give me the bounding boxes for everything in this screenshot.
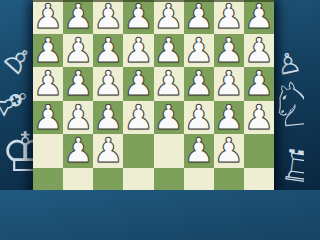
- square-g1[interactable]: ♟: [63, 0, 93, 34]
- square-a3[interactable]: ♟: [244, 67, 274, 101]
- square-h6[interactable]: [33, 168, 63, 190]
- square-e1[interactable]: ♟: [123, 0, 153, 34]
- square-h3[interactable]: ♟: [33, 67, 63, 101]
- white-pawn[interactable]: ♟: [153, 101, 183, 135]
- square-d2[interactable]: ♟: [154, 34, 184, 68]
- white-pawn[interactable]: ♟: [123, 0, 153, 34]
- square-d1[interactable]: ♟: [154, 0, 184, 34]
- square-g2[interactable]: ♟: [63, 34, 93, 68]
- white-pawn[interactable]: ♟: [33, 34, 63, 68]
- square-d3[interactable]: ♟: [154, 67, 184, 101]
- square-c1[interactable]: ♟: [184, 0, 214, 34]
- white-pawn[interactable]: ♟: [214, 34, 244, 68]
- square-c3[interactable]: ♟: [184, 67, 214, 101]
- white-pawn[interactable]: ♟: [63, 67, 93, 101]
- square-b1[interactable]: ♟: [214, 0, 244, 34]
- white-pawn[interactable]: ♟: [153, 34, 183, 68]
- white-pawn[interactable]: ♟: [153, 0, 183, 34]
- square-f4[interactable]: ♟: [93, 101, 123, 135]
- square-g4[interactable]: ♟: [63, 101, 93, 135]
- white-pawn[interactable]: ♟: [183, 34, 213, 68]
- white-pawn[interactable]: ♟: [33, 67, 63, 101]
- white-pawn[interactable]: ♟: [183, 67, 213, 101]
- white-pawn[interactable]: ♟: [214, 0, 244, 34]
- square-d4[interactable]: ♟: [154, 101, 184, 135]
- white-pawn[interactable]: ♟: [153, 67, 183, 101]
- square-f1[interactable]: ♟: [93, 0, 123, 34]
- white-pawn[interactable]: ♟: [63, 34, 93, 68]
- square-f2[interactable]: ♟: [93, 34, 123, 68]
- white-pawn[interactable]: ♟: [214, 134, 244, 168]
- white-pawn[interactable]: ♟: [123, 34, 153, 68]
- board-top-edge: [33, 0, 274, 2]
- white-pawn[interactable]: ♟: [93, 0, 123, 34]
- square-b3[interactable]: ♟: [214, 67, 244, 101]
- white-pawn[interactable]: ♟: [93, 34, 123, 68]
- white-pawn[interactable]: ♟: [93, 101, 123, 135]
- white-pawn[interactable]: ♟: [93, 67, 123, 101]
- white-pawn[interactable]: ♟: [33, 101, 63, 135]
- pawn-outline-icon: ♙: [273, 48, 303, 81]
- rook-outline-icon: ♖: [277, 144, 304, 190]
- white-pawn[interactable]: ♟: [244, 67, 274, 101]
- square-g5[interactable]: ♟: [63, 134, 93, 168]
- white-pawn[interactable]: ♟: [244, 0, 274, 34]
- square-a1[interactable]: ♟: [244, 0, 274, 34]
- square-b5[interactable]: ♟: [214, 134, 244, 168]
- square-e6[interactable]: [123, 168, 153, 190]
- white-pawn[interactable]: ♟: [123, 101, 153, 135]
- white-pawn[interactable]: ♟: [183, 134, 213, 168]
- white-pawn[interactable]: ♟: [244, 101, 274, 135]
- square-c5[interactable]: ♟: [184, 134, 214, 168]
- white-pawn[interactable]: ♟: [214, 67, 244, 101]
- white-pawn[interactable]: ♟: [183, 101, 213, 135]
- square-d6[interactable]: [154, 168, 184, 190]
- square-b4[interactable]: ♟: [214, 101, 244, 135]
- white-pawn[interactable]: ♟: [63, 101, 93, 135]
- white-pawn[interactable]: ♟: [93, 134, 123, 168]
- square-c6[interactable]: [184, 168, 214, 190]
- square-e5[interactable]: [123, 134, 153, 168]
- white-pawn[interactable]: ♟: [244, 34, 274, 68]
- square-e4[interactable]: ♟: [123, 101, 153, 135]
- square-b2[interactable]: ♟: [214, 34, 244, 68]
- square-h5[interactable]: [33, 134, 63, 168]
- white-pawn[interactable]: ♟: [33, 0, 63, 34]
- square-f6[interactable]: [93, 168, 123, 190]
- chess-board: ♟♟♟♟♟♟♟♟♟♟♟♟♟♟♟♟♟♟♟♟♟♟♟♟♟♟♟♟♟♟♟♟♟♟♟♟: [33, 0, 274, 190]
- white-pawn[interactable]: ♟: [183, 0, 213, 34]
- square-f5[interactable]: ♟: [93, 134, 123, 168]
- square-a4[interactable]: ♟: [244, 101, 274, 135]
- white-pawn[interactable]: ♟: [123, 67, 153, 101]
- square-d5[interactable]: [154, 134, 184, 168]
- square-c4[interactable]: ♟: [184, 101, 214, 135]
- square-c2[interactable]: ♟: [184, 34, 214, 68]
- square-e3[interactable]: ♟: [123, 67, 153, 101]
- square-h2[interactable]: ♟: [33, 34, 63, 68]
- square-a2[interactable]: ♟: [244, 34, 274, 68]
- square-h4[interactable]: ♟: [33, 101, 63, 135]
- square-e2[interactable]: ♟: [123, 34, 153, 68]
- square-a6[interactable]: [244, 168, 274, 190]
- square-g3[interactable]: ♟: [63, 67, 93, 101]
- square-a5[interactable]: [244, 134, 274, 168]
- square-g6[interactable]: [63, 168, 93, 190]
- white-pawn[interactable]: ♟: [214, 101, 244, 135]
- app-canvas: { "game": "chess", "variant": "Horde", "…: [0, 0, 304, 190]
- white-pawn[interactable]: ♟: [63, 0, 93, 34]
- square-h1[interactable]: ♟: [33, 0, 63, 34]
- square-f3[interactable]: ♟: [93, 67, 123, 101]
- square-b6[interactable]: [214, 168, 244, 190]
- white-pawn[interactable]: ♟: [63, 134, 93, 168]
